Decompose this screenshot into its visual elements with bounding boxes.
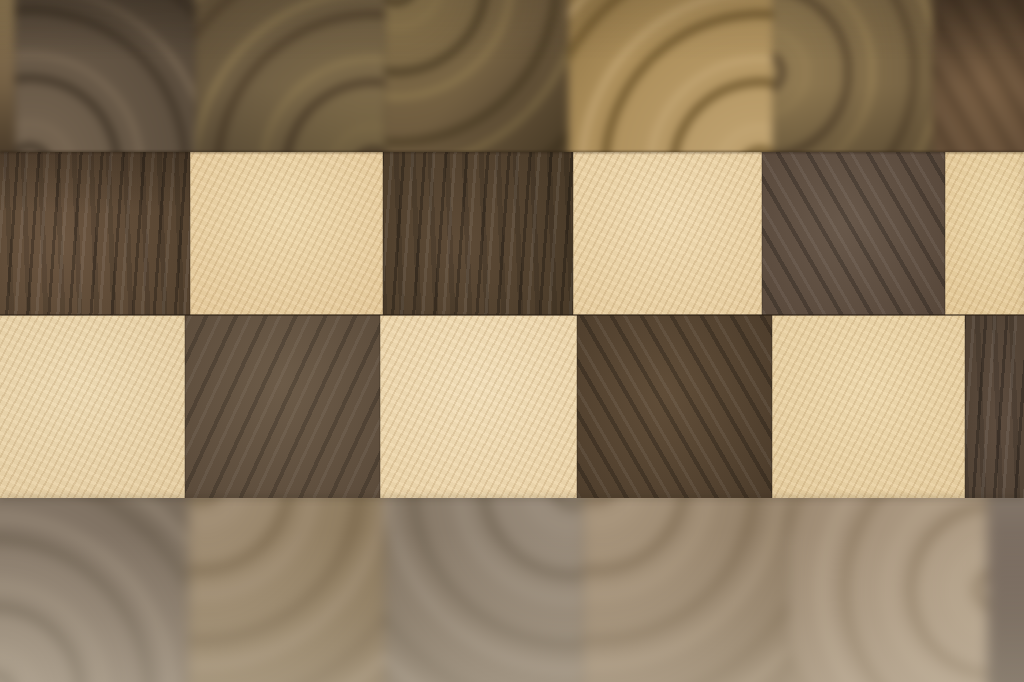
board-row-3 (0, 315, 1024, 498)
square-r4-c1[interactable] (188, 498, 385, 682)
square-r1-c5[interactable] (933, 0, 1024, 152)
square-r4-c0[interactable] (0, 498, 188, 682)
square-r1-c0[interactable] (15, 0, 195, 152)
square-r4-c3[interactable] (583, 498, 788, 682)
square-r3-c2[interactable] (380, 315, 577, 498)
square-r3-c3[interactable] (577, 315, 772, 498)
square-r3-c4[interactable] (772, 315, 965, 498)
board-row-sheet (0, 0, 1024, 152)
board-row-2 (0, 152, 1024, 315)
board-row-sheet (0, 152, 1024, 315)
board-row-1 (0, 0, 1024, 152)
board-row-sheet (0, 498, 1024, 682)
wooden-checkerboard-photo (0, 0, 1024, 682)
square-r1-c3[interactable] (568, 0, 773, 152)
square-r4-c4[interactable] (788, 498, 988, 682)
square-r3-c0[interactable] (0, 315, 185, 498)
square-r2-c1[interactable] (190, 152, 383, 315)
square-r2-c2[interactable] (383, 152, 573, 315)
square-r4-c2[interactable] (385, 498, 583, 682)
square-r1-c1[interactable] (195, 0, 385, 152)
square-r1-cedge[interactable] (0, 0, 15, 152)
square-r2-c0[interactable] (0, 152, 190, 315)
square-r1-c2[interactable] (385, 0, 568, 152)
square-r4-c5[interactable] (988, 498, 1024, 682)
board-row-4 (0, 498, 1024, 682)
square-r2-c4[interactable] (762, 152, 945, 315)
square-r1-c4[interactable] (773, 0, 933, 152)
square-r3-c1[interactable] (185, 315, 380, 498)
board-row-sheet (0, 315, 1024, 498)
square-r3-c5[interactable] (965, 315, 1024, 498)
square-r2-c5[interactable] (945, 152, 1024, 315)
square-r2-c3[interactable] (573, 152, 762, 315)
